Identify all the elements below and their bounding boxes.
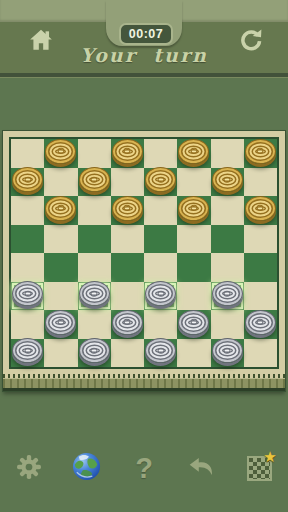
board-square[interactable] [144, 168, 177, 197]
board-square[interactable] [244, 139, 277, 168]
gold-checker [145, 167, 176, 192]
silver-checker[interactable] [145, 281, 176, 306]
silver-checker[interactable] [12, 281, 43, 306]
board-square [244, 168, 277, 197]
gold-checker [112, 196, 143, 221]
board-square [111, 339, 144, 368]
gold-checker [245, 139, 276, 164]
silver-checker[interactable] [12, 338, 43, 363]
board-square[interactable] [177, 253, 210, 282]
home-button[interactable] [28, 28, 54, 52]
undo-button[interactable] [185, 451, 219, 485]
game-timer: 00:07 [119, 23, 173, 45]
board-square [44, 225, 77, 254]
question-icon: ? [135, 453, 153, 483]
board-square [244, 282, 277, 311]
board-square [144, 310, 177, 339]
gold-checker [178, 139, 209, 164]
top-bar-edge [0, 73, 288, 78]
board-square [177, 282, 210, 311]
board-square [78, 139, 111, 168]
silver-checker[interactable] [79, 338, 110, 363]
board-square [111, 225, 144, 254]
board-square[interactable] [78, 282, 111, 311]
board-square [78, 310, 111, 339]
gold-checker [45, 139, 76, 164]
board-square [244, 339, 277, 368]
silver-checker[interactable] [245, 310, 276, 335]
board-square[interactable] [78, 339, 111, 368]
board-square [211, 310, 244, 339]
settings-button[interactable] [12, 451, 46, 485]
board-square[interactable] [11, 282, 44, 311]
board-square[interactable] [244, 253, 277, 282]
board-square [11, 310, 44, 339]
board-square [177, 225, 210, 254]
board-square[interactable] [211, 168, 244, 197]
board-square[interactable] [11, 225, 44, 254]
board-square[interactable] [211, 282, 244, 311]
board-square[interactable] [44, 310, 77, 339]
board-square[interactable] [78, 168, 111, 197]
board-square[interactable] [11, 339, 44, 368]
board-square[interactable] [244, 310, 277, 339]
silver-checker[interactable] [212, 281, 243, 306]
board-square [144, 139, 177, 168]
silver-checker[interactable] [45, 310, 76, 335]
board-square[interactable] [111, 139, 144, 168]
board-square[interactable] [144, 225, 177, 254]
board-squares [9, 137, 279, 369]
board-square [11, 139, 44, 168]
board-square [177, 339, 210, 368]
star-icon: ★ [263, 449, 276, 464]
gold-checker [245, 196, 276, 221]
board-square [211, 139, 244, 168]
restart-button[interactable] [238, 27, 264, 52]
home-icon [28, 40, 54, 55]
levels-button[interactable]: ★ [242, 451, 276, 485]
board-square [11, 253, 44, 282]
board-square [44, 168, 77, 197]
gear-icon [16, 454, 42, 483]
board-frame-edge [3, 378, 285, 388]
board-square [211, 253, 244, 282]
board-square[interactable] [244, 196, 277, 225]
checkers-board [3, 131, 285, 391]
board-square [144, 253, 177, 282]
mini-board-icon: ★ [247, 456, 272, 481]
board-square [11, 196, 44, 225]
help-button[interactable]: ? [127, 451, 161, 485]
restart-icon [238, 40, 264, 55]
gold-checker [12, 167, 43, 192]
gold-checker [45, 196, 76, 221]
board-square[interactable] [111, 196, 144, 225]
board-square [78, 196, 111, 225]
board-square[interactable] [111, 253, 144, 282]
board-square [78, 253, 111, 282]
silver-checker[interactable] [178, 310, 209, 335]
board-square [111, 168, 144, 197]
board-square[interactable] [78, 225, 111, 254]
gold-checker [212, 167, 243, 192]
silver-checker[interactable] [145, 338, 176, 363]
gold-checker [178, 196, 209, 221]
board-square [44, 339, 77, 368]
board-frame-shadow [3, 388, 285, 391]
silver-checker[interactable] [112, 310, 143, 335]
board-square [244, 225, 277, 254]
gold-checker [112, 139, 143, 164]
board-square[interactable] [211, 339, 244, 368]
board-square[interactable] [111, 310, 144, 339]
globe-icon [71, 451, 102, 485]
board-square[interactable] [177, 310, 210, 339]
board-square [211, 196, 244, 225]
board-square [111, 282, 144, 311]
gold-checker [79, 167, 110, 192]
silver-checker[interactable] [212, 338, 243, 363]
board-square[interactable] [211, 225, 244, 254]
board-square[interactable] [11, 168, 44, 197]
board-square [44, 282, 77, 311]
undo-arrow-icon [187, 456, 217, 481]
board-square[interactable] [144, 282, 177, 311]
board-square [177, 168, 210, 197]
board-square[interactable] [44, 196, 77, 225]
bottom-toolbar: ? ★ [0, 448, 288, 488]
board-square[interactable] [44, 139, 77, 168]
board-square[interactable] [177, 139, 210, 168]
silver-checker[interactable] [79, 281, 110, 306]
board-square[interactable] [44, 253, 77, 282]
board-square[interactable] [144, 339, 177, 368]
board-square [144, 196, 177, 225]
board-square[interactable] [177, 196, 210, 225]
language-button[interactable] [69, 451, 103, 485]
